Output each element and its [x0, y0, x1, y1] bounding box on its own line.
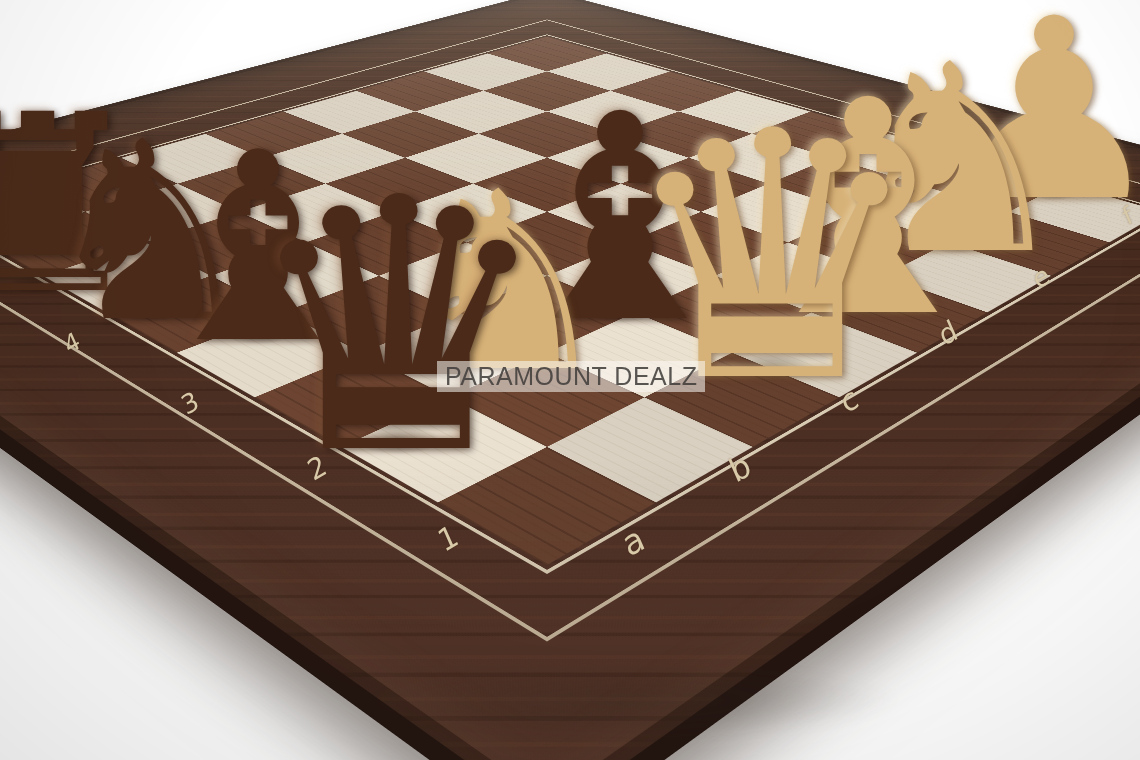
- rank-label-1: 1: [433, 517, 464, 559]
- watermark: PARAMOUNT DEALZ: [437, 361, 705, 392]
- square-h4: [752, 111, 889, 157]
- square-b4: [283, 276, 459, 353]
- square-e8: [283, 91, 415, 134]
- square-c6: [239, 184, 393, 243]
- square-a6: [43, 242, 211, 312]
- square-e4: [547, 184, 701, 243]
- piece-shadow: [214, 320, 303, 349]
- board-drop-shadow: [270, 650, 990, 750]
- file-label-a: a: [616, 517, 650, 564]
- square-c7: [178, 158, 326, 212]
- dark-knight-icon: ♞: [39, 109, 260, 356]
- square-f1: [883, 242, 1051, 312]
- square-f6: [479, 111, 616, 157]
- rank-label-4: 4: [60, 326, 85, 359]
- square-f3: [701, 184, 855, 243]
- square-c3: [459, 276, 635, 353]
- light-bishop-icon: ♝: [735, 62, 1000, 358]
- rank-label-3: 3: [177, 385, 204, 421]
- file-label-b: b: [723, 445, 756, 490]
- square-c8: [121, 134, 263, 184]
- piece-shadow: [818, 289, 919, 322]
- square-g3: [769, 158, 917, 212]
- square-g6: [547, 91, 679, 134]
- square-b7: [85, 184, 239, 243]
- square-a8: [0, 184, 85, 243]
- square-h6: [611, 71, 738, 111]
- square-b6: [145, 212, 306, 276]
- piece-shadow: [0, 271, 79, 298]
- square-g8: [424, 53, 547, 90]
- square-d4: [467, 212, 628, 276]
- piece-shadow: [571, 296, 668, 328]
- square-h1: [1009, 184, 1140, 243]
- square-d3: [547, 242, 715, 312]
- piece-shadow: [915, 230, 1001, 258]
- square-c5: [306, 212, 467, 276]
- dark-rook-icon: ♜: [0, 82, 148, 328]
- square-f2: [788, 212, 949, 276]
- square-e1: [811, 276, 987, 353]
- square-e7: [342, 111, 479, 157]
- square-a5: [107, 276, 283, 353]
- square-g4: [689, 134, 831, 184]
- light-knight-icon: ♞: [841, 30, 1074, 290]
- square-g7: [483, 71, 610, 111]
- light-pawn-icon: ♟: [942, 0, 1140, 236]
- square-f7: [415, 91, 547, 134]
- file-label-f: f: [1119, 201, 1138, 231]
- piece-shadow: [339, 421, 458, 460]
- square-c4: [379, 242, 547, 312]
- file-label-d: d: [934, 313, 963, 352]
- square-d1: [732, 312, 917, 397]
- board-squares-grid: [0, 36, 1140, 565]
- square-h5: [679, 91, 811, 134]
- piece-shadow: [714, 349, 830, 387]
- square-a1: [438, 447, 656, 565]
- square-a4: [177, 312, 362, 397]
- dark-bishop-icon: ♝: [492, 77, 748, 362]
- square-g1: [949, 212, 1110, 276]
- playing-area-boundary-line: [0, 34, 1140, 574]
- square-g2: [855, 184, 1009, 243]
- square-b8: [30, 158, 178, 212]
- piece-shadow: [1020, 181, 1089, 204]
- square-b1: [547, 397, 753, 502]
- dark-queen-icon: ♛: [242, 153, 555, 502]
- square-d8: [205, 111, 342, 157]
- frame-outer-inlay-line: [0, 19, 1140, 641]
- piece-shadow: [109, 299, 191, 326]
- square-a2: [341, 397, 547, 502]
- square-f4: [621, 158, 769, 212]
- square-f8: [356, 71, 483, 111]
- square-h3: [831, 134, 973, 184]
- square-f5: [547, 134, 689, 184]
- square-d6: [325, 158, 473, 212]
- square-h8: [488, 36, 607, 71]
- square-h7: [547, 53, 670, 90]
- square-a3: [255, 353, 450, 447]
- square-a7: [0, 212, 145, 276]
- file-label-e: e: [1028, 259, 1054, 295]
- square-d5: [393, 184, 547, 243]
- dark-bishop-icon: ♝: [141, 119, 375, 380]
- square-e6: [405, 134, 547, 184]
- file-label-c: c: [835, 380, 864, 420]
- square-e3: [627, 212, 788, 276]
- square-e2: [715, 242, 883, 312]
- square-e5: [473, 158, 621, 212]
- square-h2: [916, 158, 1064, 212]
- square-g5: [615, 111, 752, 157]
- square-b5: [211, 242, 379, 312]
- watermark-text: PARAMOUNT DEALZ: [445, 362, 697, 391]
- rank-label-2: 2: [303, 448, 332, 487]
- product-photo-chess-board: 1234abcdef ♟♞♜♝♞♝♝♞♛♛ PARAMOUNT DEALZ: [0, 0, 1140, 760]
- square-d2: [635, 276, 811, 353]
- square-d7: [263, 134, 405, 184]
